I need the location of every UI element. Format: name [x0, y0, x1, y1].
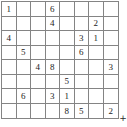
cell-r1c4[interactable]: 6 [46, 2, 61, 17]
cell-r6c3[interactable] [31, 75, 46, 90]
cell-r8c5[interactable]: 8 [60, 104, 75, 119]
cell-r8c1[interactable] [2, 104, 17, 119]
cell-r4c8[interactable] [104, 46, 119, 61]
cell-r2c4[interactable]: 4 [46, 17, 61, 32]
cell-r8c6[interactable]: 5 [75, 104, 90, 119]
cell-r4c3[interactable] [31, 46, 46, 61]
cell-r7c3[interactable] [31, 89, 46, 104]
cell-r4c4[interactable] [46, 46, 61, 61]
cell-r5c5[interactable] [60, 60, 75, 75]
given-digit: 5 [79, 107, 84, 116]
cell-r7c8[interactable] [104, 89, 119, 104]
cell-r4c1[interactable] [2, 46, 17, 61]
cell-r3c1[interactable]: 4 [2, 31, 17, 46]
given-digit: 1 [94, 34, 99, 43]
cell-r3c8[interactable] [104, 31, 119, 46]
cell-r8c2[interactable] [17, 104, 32, 119]
cell-r8c4[interactable] [46, 104, 61, 119]
cell-r3c3[interactable] [31, 31, 46, 46]
cell-r3c7[interactable]: 1 [89, 31, 104, 46]
cell-r7c1[interactable] [2, 89, 17, 104]
cell-r2c8[interactable] [104, 17, 119, 32]
given-digit: 6 [50, 5, 55, 14]
cell-r2c2[interactable] [17, 17, 32, 32]
cell-r3c6[interactable]: 3 [75, 31, 90, 46]
cell-r3c4[interactable] [46, 31, 61, 46]
given-digit: 8 [50, 63, 55, 72]
cell-r6c5[interactable]: 5 [60, 75, 75, 90]
cell-r1c3[interactable] [31, 2, 46, 17]
cell-r4c6[interactable]: 6 [75, 46, 90, 61]
given-digit: 5 [65, 77, 70, 86]
cell-r6c7[interactable] [89, 75, 104, 90]
given-digit: 5 [21, 48, 26, 57]
cell-r3c5[interactable] [60, 31, 75, 46]
cell-r5c2[interactable] [17, 60, 32, 75]
cell-r7c2[interactable]: 6 [17, 89, 32, 104]
cell-r1c1[interactable]: 1 [2, 2, 17, 17]
cell-r1c6[interactable] [75, 2, 90, 17]
cell-r6c4[interactable] [46, 75, 61, 90]
cell-r8c3[interactable] [31, 104, 46, 119]
given-digit: 2 [94, 19, 99, 28]
cell-r7c5[interactable]: 1 [60, 89, 75, 104]
cell-r2c5[interactable] [60, 17, 75, 32]
given-digit: 4 [36, 63, 41, 72]
cell-r6c8[interactable] [104, 75, 119, 90]
cell-r5c1[interactable] [2, 60, 17, 75]
cell-r5c4[interactable]: 8 [46, 60, 61, 75]
given-digit: 3 [79, 34, 84, 43]
given-digit: 4 [7, 34, 12, 43]
given-digit: 1 [7, 5, 12, 14]
cell-r6c1[interactable] [2, 75, 17, 90]
cell-r5c6[interactable] [75, 60, 90, 75]
given-digit: 1 [65, 92, 70, 101]
puzzle-board: 1642431564835631852 [1, 1, 119, 119]
cell-r2c3[interactable] [31, 17, 46, 32]
plus-cursor-mark: + [119, 113, 127, 123]
cell-r2c6[interactable] [75, 17, 90, 32]
cell-r6c6[interactable] [75, 75, 90, 90]
given-digit: 6 [79, 48, 84, 57]
cell-r6c2[interactable] [17, 75, 32, 90]
cell-r5c3[interactable]: 4 [31, 60, 46, 75]
cell-r4c5[interactable] [60, 46, 75, 61]
given-digit: 3 [50, 92, 55, 101]
given-digit: 6 [21, 92, 26, 101]
given-digit: 8 [65, 107, 70, 116]
cell-r8c8[interactable]: 2 [104, 104, 119, 119]
cell-r1c7[interactable] [89, 2, 104, 17]
cell-r7c6[interactable] [75, 89, 90, 104]
cell-r8c7[interactable] [89, 104, 104, 119]
cell-r1c2[interactable] [17, 2, 32, 17]
given-digit: 4 [50, 19, 55, 28]
cell-r3c2[interactable] [17, 31, 32, 46]
given-digit: 2 [109, 107, 114, 116]
cell-r1c8[interactable] [104, 2, 119, 17]
cell-r2c7[interactable]: 2 [89, 17, 104, 32]
cell-r4c7[interactable] [89, 46, 104, 61]
given-digit: 3 [109, 63, 114, 72]
cell-r5c8[interactable]: 3 [104, 60, 119, 75]
cell-r7c4[interactable]: 3 [46, 89, 61, 104]
cell-r7c7[interactable] [89, 89, 104, 104]
cell-r1c5[interactable] [60, 2, 75, 17]
cell-r2c1[interactable] [2, 17, 17, 32]
cell-r5c7[interactable] [89, 60, 104, 75]
cell-r4c2[interactable]: 5 [17, 46, 32, 61]
